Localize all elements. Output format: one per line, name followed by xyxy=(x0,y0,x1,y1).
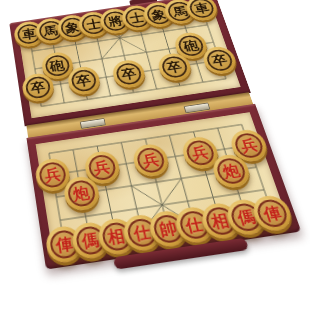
piece-character: 炮 xyxy=(62,175,102,213)
pieces-layer: 車馬象士將士象馬車砲砲卒卒卒卒卒兵兵兵兵兵炮炮俥傌相仕帥仕相傌俥 xyxy=(9,0,214,23)
piece-black-soldier[interactable]: 卒 xyxy=(65,65,101,96)
piece-red-cannon[interactable]: 炮 xyxy=(62,175,102,213)
piece-black-soldier[interactable]: 卒 xyxy=(21,72,56,104)
piece-character: 卒 xyxy=(21,72,56,104)
perspective-scene: 車馬象士將士象馬車砲砲卒卒卒卒卒兵兵兵兵兵炮炮俥傌相仕帥仕相傌俥 xyxy=(2,0,302,270)
board-rotation-wrapper: 車馬象士將士象馬車砲砲卒卒卒卒卒兵兵兵兵兵炮炮俥傌相仕帥仕相傌俥 xyxy=(2,0,304,287)
xiangqi-board: 車馬象士將士象馬車砲砲卒卒卒卒卒兵兵兵兵兵炮炮俥傌相仕帥仕相傌俥 xyxy=(9,0,301,270)
piece-character: 卒 xyxy=(65,65,101,96)
product-photo-canvas: 車馬象士將士象馬車砲砲卒卒卒卒卒兵兵兵兵兵炮炮俥傌相仕帥仕相傌俥 xyxy=(0,0,310,310)
